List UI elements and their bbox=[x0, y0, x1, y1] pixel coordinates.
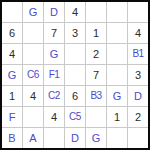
cell-r4c7[interactable]: 3 bbox=[128, 65, 148, 85]
cell-r2c4[interactable]: 3 bbox=[65, 23, 85, 43]
cell-r5c4[interactable]: 6 bbox=[65, 86, 85, 106]
cell-r7c5[interactable]: G bbox=[86, 128, 106, 148]
puzzle-board: GD4673144G2B1GC6F17314C26B3GDF4C512BADG bbox=[0, 0, 150, 150]
cell-r4c1[interactable]: G bbox=[2, 65, 22, 85]
cell-r1c4[interactable]: 4 bbox=[65, 2, 85, 22]
cell-r4c4[interactable] bbox=[65, 65, 85, 85]
cell-r4c3[interactable]: F1 bbox=[44, 65, 64, 85]
cell-r5c2[interactable]: 4 bbox=[23, 86, 43, 106]
cell-r6c3[interactable]: 4 bbox=[44, 107, 64, 127]
cell-r7c6[interactable] bbox=[107, 128, 127, 148]
cell-r5c3[interactable]: C2 bbox=[44, 86, 64, 106]
cell-r1c2[interactable]: G bbox=[23, 2, 43, 22]
cell-r6c4[interactable]: C5 bbox=[65, 107, 85, 127]
cell-r4c5[interactable]: 7 bbox=[86, 65, 106, 85]
cell-r2c5[interactable]: 1 bbox=[86, 23, 106, 43]
cell-r5c1[interactable]: 1 bbox=[2, 86, 22, 106]
cell-r5c6[interactable]: G bbox=[107, 86, 127, 106]
cell-r3c5[interactable]: 2 bbox=[86, 44, 106, 64]
cell-r5c5[interactable]: B3 bbox=[86, 86, 106, 106]
cell-r7c3[interactable] bbox=[44, 128, 64, 148]
cell-r1c1[interactable] bbox=[2, 2, 22, 22]
cell-r2c6[interactable] bbox=[107, 23, 127, 43]
cell-r4c6[interactable] bbox=[107, 65, 127, 85]
cell-r1c6[interactable] bbox=[107, 2, 127, 22]
cell-r2c2[interactable] bbox=[23, 23, 43, 43]
cell-r6c5[interactable] bbox=[86, 107, 106, 127]
cell-r2c3[interactable]: 7 bbox=[44, 23, 64, 43]
cell-r7c4[interactable]: D bbox=[65, 128, 85, 148]
cell-r6c1[interactable]: F bbox=[2, 107, 22, 127]
cell-r3c1[interactable]: 4 bbox=[2, 44, 22, 64]
cell-r3c6[interactable] bbox=[107, 44, 127, 64]
cell-r7c7[interactable] bbox=[128, 128, 148, 148]
cell-r2c1[interactable]: 6 bbox=[2, 23, 22, 43]
cell-r4c2[interactable]: C6 bbox=[23, 65, 43, 85]
cell-r7c1[interactable]: B bbox=[2, 128, 22, 148]
cell-r1c7[interactable] bbox=[128, 2, 148, 22]
cell-r3c7[interactable]: B1 bbox=[128, 44, 148, 64]
cell-r3c2[interactable] bbox=[23, 44, 43, 64]
cell-r3c4[interactable] bbox=[65, 44, 85, 64]
cell-r7c2[interactable]: A bbox=[23, 128, 43, 148]
cell-r6c7[interactable]: 2 bbox=[128, 107, 148, 127]
cell-r6c2[interactable] bbox=[23, 107, 43, 127]
cell-r2c7[interactable]: 4 bbox=[128, 23, 148, 43]
cell-r3c3[interactable]: G bbox=[44, 44, 64, 64]
cell-r5c7[interactable]: D bbox=[128, 86, 148, 106]
cell-r1c3[interactable]: D bbox=[44, 2, 64, 22]
cell-r6c6[interactable]: 1 bbox=[107, 107, 127, 127]
cell-r1c5[interactable] bbox=[86, 2, 106, 22]
